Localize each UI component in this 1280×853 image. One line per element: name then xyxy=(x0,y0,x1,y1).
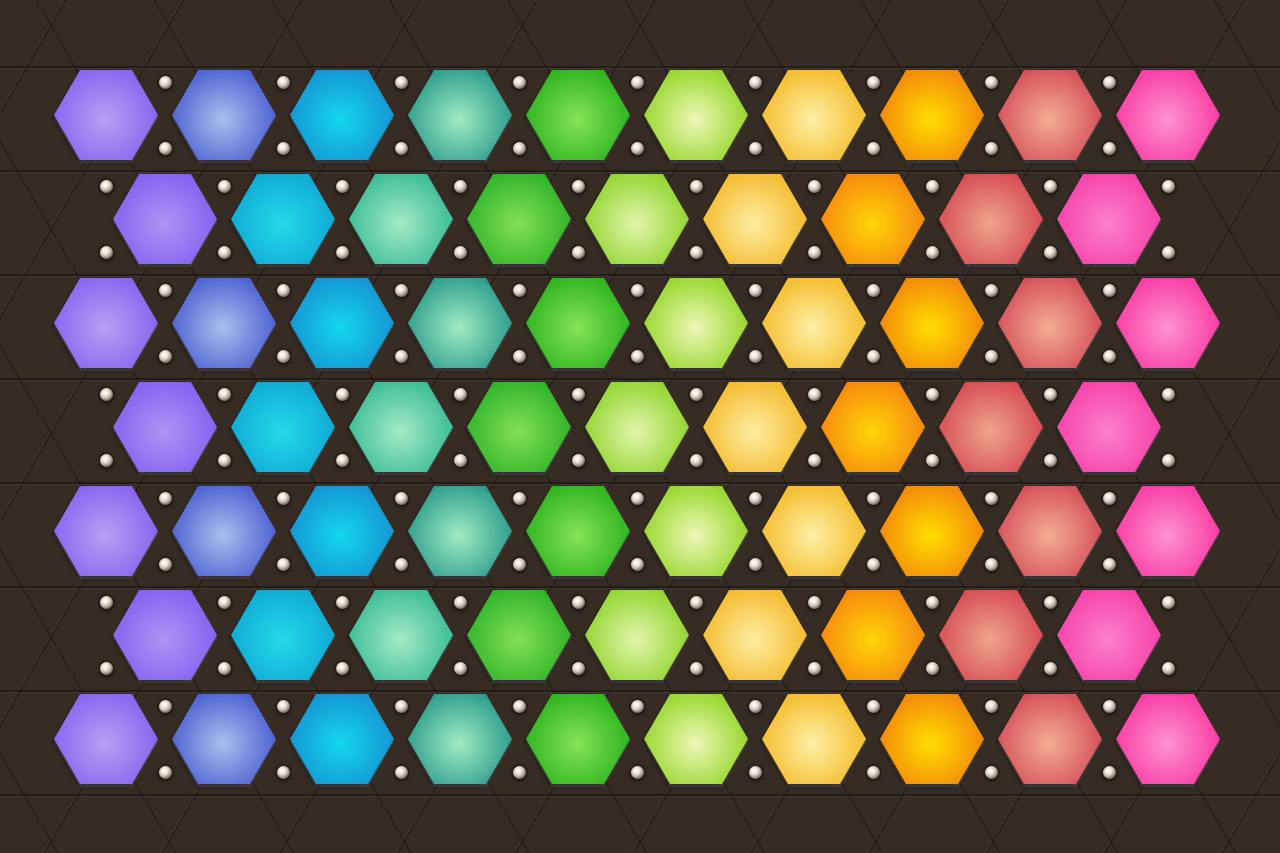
hex-face xyxy=(998,486,1102,576)
hex-cell-r7c3-cyanA[interactable] xyxy=(290,694,394,784)
pearl-stud xyxy=(1044,180,1057,193)
hex-cell-r3c2-blueA[interactable] xyxy=(172,278,276,368)
pearl-stud xyxy=(749,142,762,155)
pearl-stud xyxy=(572,596,585,609)
hex-cell-r5c10-pinkA[interactable] xyxy=(1116,486,1220,576)
pearl-stud xyxy=(218,596,231,609)
hex-cell-r3c4-tealA[interactable] xyxy=(408,278,512,368)
pearl-stud xyxy=(100,662,113,675)
hex-face xyxy=(526,694,630,784)
pearl-stud xyxy=(1162,662,1175,675)
hex-face xyxy=(408,486,512,576)
hex-face xyxy=(172,486,276,576)
pearl-stud xyxy=(749,76,762,89)
hex-cell-r7c4-tealA[interactable] xyxy=(408,694,512,784)
hex-face xyxy=(644,694,748,784)
hex-face xyxy=(880,278,984,368)
hex-cell-r7c10-pinkA[interactable] xyxy=(1116,694,1220,784)
hex-face xyxy=(998,70,1102,160)
hex-cell-r3c7-yellowA[interactable] xyxy=(762,278,866,368)
hex-cell-r6c9-pinkB[interactable] xyxy=(1057,590,1161,680)
pearl-stud xyxy=(218,662,231,675)
pearl-stud xyxy=(985,700,998,713)
hex-cell-r7c8-orangeA[interactable] xyxy=(880,694,984,784)
pearl-stud xyxy=(513,284,526,297)
pearl-stud xyxy=(1103,700,1116,713)
pearl-stud xyxy=(867,350,880,363)
hex-face xyxy=(939,590,1043,680)
pearl-stud xyxy=(1044,662,1057,675)
hex-cell-r6c6-amberB[interactable] xyxy=(703,590,807,680)
hex-cell-r1c5-greenA[interactable] xyxy=(526,70,630,160)
hex-face xyxy=(231,382,335,472)
pearl-stud xyxy=(985,558,998,571)
hex-face xyxy=(113,174,217,264)
hex-face xyxy=(644,278,748,368)
hex-cell-r1c7-yellowA[interactable] xyxy=(762,70,866,160)
hex-face xyxy=(290,694,394,784)
hex-face xyxy=(54,70,158,160)
hex-face xyxy=(703,590,807,680)
pearl-stud xyxy=(159,350,172,363)
hex-cell-r4c6-amberB[interactable] xyxy=(703,382,807,472)
hex-cell-r6c7-orangeB[interactable] xyxy=(821,590,925,680)
hex-face xyxy=(762,70,866,160)
hex-cell-r5c4-tealA[interactable] xyxy=(408,486,512,576)
pearl-stud xyxy=(808,596,821,609)
pearl-stud xyxy=(926,180,939,193)
hex-face xyxy=(290,278,394,368)
hex-face xyxy=(526,278,630,368)
pearl-stud xyxy=(336,388,349,401)
hex-face xyxy=(54,486,158,576)
hex-cell-r7c1-purpleA[interactable] xyxy=(54,694,158,784)
pearl-stud xyxy=(572,246,585,259)
pearl-stud xyxy=(100,388,113,401)
pearl-stud xyxy=(277,558,290,571)
pearl-stud xyxy=(336,246,349,259)
pearl-stud xyxy=(1103,142,1116,155)
pearl-stud xyxy=(631,350,644,363)
hex-cell-r2c8-roseB[interactable] xyxy=(939,174,1043,264)
pearl-stud xyxy=(690,246,703,259)
pearl-stud xyxy=(277,766,290,779)
pearl-stud xyxy=(808,180,821,193)
hex-face xyxy=(349,382,453,472)
pearl-stud xyxy=(100,454,113,467)
pearl-stud xyxy=(513,700,526,713)
pearl-stud xyxy=(690,662,703,675)
hex-cell-r2c5-chartreuseB[interactable] xyxy=(585,174,689,264)
pearl-stud xyxy=(1044,596,1057,609)
pearl-stud xyxy=(1162,596,1175,609)
pearl-stud xyxy=(513,350,526,363)
pearl-stud xyxy=(867,76,880,89)
pearl-stud xyxy=(1162,454,1175,467)
hex-cell-r5c1-purpleA[interactable] xyxy=(54,486,158,576)
pearl-stud xyxy=(985,350,998,363)
hex-face xyxy=(880,70,984,160)
hex-face xyxy=(54,278,158,368)
hex-face xyxy=(1116,486,1220,576)
pearl-stud xyxy=(395,284,408,297)
hex-face xyxy=(1057,382,1161,472)
pearl-stud xyxy=(218,180,231,193)
pearl-stud xyxy=(808,662,821,675)
hex-face xyxy=(762,278,866,368)
pearl-stud xyxy=(572,180,585,193)
pearl-stud xyxy=(631,76,644,89)
pearl-stud xyxy=(690,388,703,401)
pearl-stud xyxy=(985,492,998,505)
pearl-stud xyxy=(867,700,880,713)
hex-cell-r3c10-pinkA[interactable] xyxy=(1116,278,1220,368)
hex-face xyxy=(585,590,689,680)
pearl-stud xyxy=(336,180,349,193)
hex-cell-r5c5-greenA[interactable] xyxy=(526,486,630,576)
hex-cell-r4c1-purpleB[interactable] xyxy=(113,382,217,472)
pearl-stud xyxy=(926,662,939,675)
hex-cell-r3c8-orangeA[interactable] xyxy=(880,278,984,368)
hex-cell-r1c8-orangeA[interactable] xyxy=(880,70,984,160)
pearl-stud xyxy=(1044,388,1057,401)
hex-cell-r3c5-greenA[interactable] xyxy=(526,278,630,368)
hex-cell-r6c8-roseB[interactable] xyxy=(939,590,1043,680)
pearl-stud xyxy=(808,454,821,467)
hex-face xyxy=(231,590,335,680)
pearl-stud xyxy=(159,76,172,89)
hex-cell-r2c7-orangeB[interactable] xyxy=(821,174,925,264)
hex-cell-r4c9-pinkB[interactable] xyxy=(1057,382,1161,472)
pearl-stud xyxy=(985,284,998,297)
pearl-stud xyxy=(690,454,703,467)
pearl-stud xyxy=(513,766,526,779)
hex-cell-r4c4-greenB[interactable] xyxy=(467,382,571,472)
hex-cell-r5c3-cyanA[interactable] xyxy=(290,486,394,576)
pearl-stud xyxy=(749,558,762,571)
pearl-stud xyxy=(159,284,172,297)
hex-cell-r2c6-amberB[interactable] xyxy=(703,174,807,264)
hex-cell-r1c4-tealA[interactable] xyxy=(408,70,512,160)
hex-cell-r6c1-purpleB[interactable] xyxy=(113,590,217,680)
pearl-stud xyxy=(572,662,585,675)
pearl-stud xyxy=(454,454,467,467)
pearl-stud xyxy=(1044,454,1057,467)
hex-face xyxy=(939,382,1043,472)
hex-cell-r6c2-cyanB[interactable] xyxy=(231,590,335,680)
pearl-stud xyxy=(159,558,172,571)
hex-face xyxy=(231,174,335,264)
pearl-stud xyxy=(395,76,408,89)
pearl-stud xyxy=(631,766,644,779)
hex-face xyxy=(54,694,158,784)
pearl-stud xyxy=(218,246,231,259)
pearl-stud xyxy=(159,492,172,505)
hex-cell-r3c6-chartreuseA[interactable] xyxy=(644,278,748,368)
hex-cell-r2c2-cyanB[interactable] xyxy=(231,174,335,264)
hex-cell-r4c3-tealB[interactable] xyxy=(349,382,453,472)
hex-face xyxy=(172,278,276,368)
hex-cell-r4c8-roseB[interactable] xyxy=(939,382,1043,472)
pearl-stud xyxy=(218,388,231,401)
hex-face xyxy=(290,486,394,576)
pearl-stud xyxy=(277,284,290,297)
pearl-stud xyxy=(1103,76,1116,89)
pearl-stud xyxy=(749,284,762,297)
pearl-stud xyxy=(277,492,290,505)
hex-face xyxy=(821,382,925,472)
pearl-stud xyxy=(454,662,467,675)
hex-face xyxy=(349,174,453,264)
hex-face xyxy=(172,70,276,160)
pearl-stud xyxy=(100,180,113,193)
pearl-stud xyxy=(926,246,939,259)
hex-cell-r7c7-yellowA[interactable] xyxy=(762,694,866,784)
hex-face xyxy=(821,174,925,264)
hex-cell-r3c1-purpleA[interactable] xyxy=(54,278,158,368)
pearl-stud xyxy=(1103,766,1116,779)
hex-face xyxy=(113,590,217,680)
pearl-stud xyxy=(513,76,526,89)
hex-cell-r7c5-greenA[interactable] xyxy=(526,694,630,784)
pearl-stud xyxy=(513,558,526,571)
pearl-stud xyxy=(985,142,998,155)
hex-cell-r3c3-cyanA[interactable] xyxy=(290,278,394,368)
hex-cell-r5c7-yellowA[interactable] xyxy=(762,486,866,576)
pearl-stud xyxy=(1103,558,1116,571)
hex-face xyxy=(762,486,866,576)
hex-face xyxy=(821,590,925,680)
pearl-stud xyxy=(454,246,467,259)
hex-cell-r2c3-tealB[interactable] xyxy=(349,174,453,264)
hex-face xyxy=(762,694,866,784)
hex-cell-r4c5-chartreuseB[interactable] xyxy=(585,382,689,472)
hex-face xyxy=(1057,590,1161,680)
hex-cell-r7c6-chartreuseA[interactable] xyxy=(644,694,748,784)
hex-face xyxy=(526,486,630,576)
hex-face xyxy=(349,590,453,680)
pearl-stud xyxy=(572,388,585,401)
pearl-stud xyxy=(100,246,113,259)
pearl-stud xyxy=(277,142,290,155)
hex-face xyxy=(172,694,276,784)
pearl-stud xyxy=(395,350,408,363)
pearl-stud xyxy=(454,180,467,193)
pearl-stud xyxy=(454,388,467,401)
pearl-stud xyxy=(395,142,408,155)
hex-cell-r1c10-pinkA[interactable] xyxy=(1116,70,1220,160)
hex-cell-r2c4-greenB[interactable] xyxy=(467,174,571,264)
pearl-stud xyxy=(631,142,644,155)
hex-face xyxy=(998,694,1102,784)
hex-cell-r3c9-roseA[interactable] xyxy=(998,278,1102,368)
pearl-stud xyxy=(867,558,880,571)
pearl-stud xyxy=(690,180,703,193)
pearl-stud xyxy=(808,388,821,401)
hex-cell-r6c4-greenB[interactable] xyxy=(467,590,571,680)
hex-cell-r4c2-cyanB[interactable] xyxy=(231,382,335,472)
pearl-stud xyxy=(749,350,762,363)
pearl-stud xyxy=(631,492,644,505)
pearl-stud xyxy=(926,388,939,401)
pearl-stud xyxy=(867,766,880,779)
pearl-stud xyxy=(926,454,939,467)
pearl-stud xyxy=(1162,388,1175,401)
hex-face xyxy=(1116,694,1220,784)
hex-cell-r1c9-roseA[interactable] xyxy=(998,70,1102,160)
hex-face xyxy=(1116,70,1220,160)
hex-face xyxy=(703,174,807,264)
pearl-stud xyxy=(749,700,762,713)
pearl-stud xyxy=(159,700,172,713)
hex-cell-r1c3-cyanA[interactable] xyxy=(290,70,394,160)
pearl-stud xyxy=(336,454,349,467)
hex-face xyxy=(998,278,1102,368)
hex-face xyxy=(467,174,571,264)
pearl-stud xyxy=(572,454,585,467)
pearl-stud xyxy=(631,700,644,713)
pearl-stud xyxy=(631,558,644,571)
pearl-stud xyxy=(1044,246,1057,259)
hex-cell-r2c1-purpleB[interactable] xyxy=(113,174,217,264)
hex-face xyxy=(703,382,807,472)
hex-face xyxy=(290,70,394,160)
pearl-stud xyxy=(1162,246,1175,259)
pearl-stud xyxy=(926,596,939,609)
pearl-stud xyxy=(1103,492,1116,505)
pearl-stud xyxy=(867,492,880,505)
pearl-stud xyxy=(808,246,821,259)
hex-cell-r7c9-roseA[interactable] xyxy=(998,694,1102,784)
hex-cell-r6c3-tealB[interactable] xyxy=(349,590,453,680)
pearl-stud xyxy=(749,766,762,779)
pearl-stud xyxy=(395,558,408,571)
hex-cell-r5c2-blueA[interactable] xyxy=(172,486,276,576)
pearl-stud xyxy=(336,662,349,675)
pearl-stud xyxy=(100,596,113,609)
hex-face xyxy=(939,174,1043,264)
hex-cell-r7c2-blueA[interactable] xyxy=(172,694,276,784)
pearl-stud xyxy=(985,76,998,89)
hexagon-mosaic-board xyxy=(0,0,1280,853)
pearl-stud xyxy=(867,142,880,155)
hex-cell-r1c6-chartreuseA[interactable] xyxy=(644,70,748,160)
pearl-stud xyxy=(395,700,408,713)
hex-cell-r5c9-roseA[interactable] xyxy=(998,486,1102,576)
hex-face xyxy=(644,70,748,160)
pearl-stud xyxy=(631,284,644,297)
pearl-stud xyxy=(1103,350,1116,363)
pearl-stud xyxy=(867,284,880,297)
pearl-stud xyxy=(690,596,703,609)
hex-cell-r5c8-orangeA[interactable] xyxy=(880,486,984,576)
hex-cell-r4c7-orangeB[interactable] xyxy=(821,382,925,472)
pearl-stud xyxy=(513,142,526,155)
hex-cell-r1c2-blueA[interactable] xyxy=(172,70,276,160)
pearl-stud xyxy=(277,76,290,89)
hex-face xyxy=(408,70,512,160)
pearl-stud xyxy=(1162,180,1175,193)
hex-face xyxy=(467,590,571,680)
pearl-stud xyxy=(454,596,467,609)
pearl-stud xyxy=(395,766,408,779)
pearl-stud xyxy=(336,596,349,609)
hex-face xyxy=(585,174,689,264)
hex-cell-r2c9-pinkB[interactable] xyxy=(1057,174,1161,264)
pearl-stud xyxy=(159,766,172,779)
hex-face xyxy=(467,382,571,472)
hex-face xyxy=(1116,278,1220,368)
pearl-stud xyxy=(513,492,526,505)
pearl-stud xyxy=(218,454,231,467)
hex-cell-r1c1-purpleA[interactable] xyxy=(54,70,158,160)
hex-face xyxy=(408,694,512,784)
pearl-stud xyxy=(1103,284,1116,297)
hex-face xyxy=(1057,174,1161,264)
pearl-stud xyxy=(395,492,408,505)
hex-face xyxy=(585,382,689,472)
pearl-stud xyxy=(749,492,762,505)
pearl-stud xyxy=(985,766,998,779)
hex-face xyxy=(113,382,217,472)
hex-face xyxy=(880,486,984,576)
hex-face xyxy=(526,70,630,160)
pearl-stud xyxy=(277,350,290,363)
hex-cell-r6c5-chartreuseB[interactable] xyxy=(585,590,689,680)
hex-cell-r5c6-chartreuseA[interactable] xyxy=(644,486,748,576)
pearl-stud xyxy=(277,700,290,713)
pearl-stud xyxy=(159,142,172,155)
hex-face xyxy=(644,486,748,576)
hex-face xyxy=(408,278,512,368)
hex-face xyxy=(880,694,984,784)
